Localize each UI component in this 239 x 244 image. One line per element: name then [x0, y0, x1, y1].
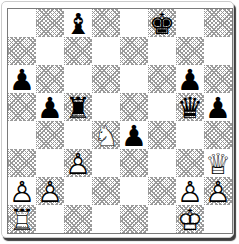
square-c1[interactable] [64, 205, 92, 233]
piece-black-rook-c5[interactable]: ♜ [64, 93, 92, 121]
square-h7[interactable] [204, 37, 232, 65]
square-c4[interactable] [64, 121, 92, 149]
square-h6[interactable] [204, 65, 232, 93]
square-e2[interactable] [120, 177, 148, 205]
piece-white-pawn-a2[interactable]: ♟♙ [8, 177, 36, 205]
square-g2[interactable]: ♟♙ [176, 177, 204, 205]
photo-frame: ♝♚♟♟♟♜♛♟♞♘♟♟♙♛♕♟♙♟♙♟♙♟♙♜♖♚♔ [1, 1, 234, 238]
chess-board: ♝♚♟♟♟♜♛♟♞♘♟♟♙♛♕♟♙♟♙♟♙♟♙♜♖♚♔ [7, 8, 233, 234]
square-c7[interactable] [64, 37, 92, 65]
square-e8[interactable] [120, 9, 148, 37]
square-a5[interactable] [8, 93, 36, 121]
square-g5[interactable]: ♛ [176, 93, 204, 121]
piece-white-rook-a1[interactable]: ♜♖ [8, 205, 36, 233]
square-g4[interactable] [176, 121, 204, 149]
piece-white-queen-h3[interactable]: ♛♕ [204, 149, 232, 177]
piece-white-pawn-c3[interactable]: ♟♙ [64, 149, 92, 177]
square-b6[interactable] [36, 65, 64, 93]
piece-white-pawn-g2[interactable]: ♟♙ [176, 177, 204, 205]
square-d4[interactable]: ♞♘ [92, 121, 120, 149]
square-c8[interactable]: ♝ [64, 9, 92, 37]
piece-black-king-f8[interactable]: ♚ [148, 9, 176, 37]
square-g3[interactable] [176, 149, 204, 177]
piece-black-pawn-a6[interactable]: ♟ [8, 65, 36, 93]
square-e3[interactable] [120, 149, 148, 177]
piece-black-pawn-e4[interactable]: ♟ [120, 121, 148, 149]
square-b3[interactable] [36, 149, 64, 177]
square-g6[interactable]: ♟ [176, 65, 204, 93]
square-f7[interactable] [148, 37, 176, 65]
square-e7[interactable] [120, 37, 148, 65]
square-a8[interactable] [8, 9, 36, 37]
square-e5[interactable] [120, 93, 148, 121]
square-b7[interactable] [36, 37, 64, 65]
square-f8[interactable]: ♚ [148, 9, 176, 37]
piece-black-pawn-h5[interactable]: ♟ [204, 93, 232, 121]
square-d1[interactable] [92, 205, 120, 233]
square-b2[interactable]: ♟♙ [36, 177, 64, 205]
square-g7[interactable] [176, 37, 204, 65]
square-d8[interactable] [92, 9, 120, 37]
square-e6[interactable] [120, 65, 148, 93]
square-g8[interactable] [176, 9, 204, 37]
square-d6[interactable] [92, 65, 120, 93]
piece-white-pawn-b2[interactable]: ♟♙ [36, 177, 64, 205]
piece-white-knight-d4[interactable]: ♞♘ [92, 121, 120, 149]
square-a3[interactable] [8, 149, 36, 177]
piece-white-pawn-h2[interactable]: ♟♙ [204, 177, 232, 205]
square-b1[interactable] [36, 205, 64, 233]
square-c5[interactable]: ♜ [64, 93, 92, 121]
square-f1[interactable] [148, 205, 176, 233]
square-d2[interactable] [92, 177, 120, 205]
square-a6[interactable]: ♟ [8, 65, 36, 93]
square-a2[interactable]: ♟♙ [8, 177, 36, 205]
piece-black-bishop-c8[interactable]: ♝ [64, 9, 92, 37]
square-d3[interactable] [92, 149, 120, 177]
square-d5[interactable] [92, 93, 120, 121]
square-g1[interactable]: ♚♔ [176, 205, 204, 233]
square-h4[interactable] [204, 121, 232, 149]
square-c6[interactable] [64, 65, 92, 93]
square-h8[interactable] [204, 9, 232, 37]
square-f6[interactable] [148, 65, 176, 93]
square-b4[interactable] [36, 121, 64, 149]
square-h1[interactable] [204, 205, 232, 233]
square-a4[interactable] [8, 121, 36, 149]
square-h5[interactable]: ♟ [204, 93, 232, 121]
square-a1[interactable]: ♜♖ [8, 205, 36, 233]
square-e4[interactable]: ♟ [120, 121, 148, 149]
square-f4[interactable] [148, 121, 176, 149]
piece-black-queen-g5[interactable]: ♛ [176, 93, 204, 121]
square-d7[interactable] [92, 37, 120, 65]
square-c2[interactable] [64, 177, 92, 205]
piece-black-pawn-g6[interactable]: ♟ [176, 65, 204, 93]
square-e1[interactable] [120, 205, 148, 233]
square-f5[interactable] [148, 93, 176, 121]
piece-white-king-g1[interactable]: ♚♔ [176, 205, 204, 233]
square-b8[interactable] [36, 9, 64, 37]
square-a7[interactable] [8, 37, 36, 65]
square-b5[interactable]: ♟ [36, 93, 64, 121]
square-f3[interactable] [148, 149, 176, 177]
square-c3[interactable]: ♟♙ [64, 149, 92, 177]
square-h2[interactable]: ♟♙ [204, 177, 232, 205]
square-f2[interactable] [148, 177, 176, 205]
square-h3[interactable]: ♛♕ [204, 149, 232, 177]
piece-black-pawn-b5[interactable]: ♟ [36, 93, 64, 121]
